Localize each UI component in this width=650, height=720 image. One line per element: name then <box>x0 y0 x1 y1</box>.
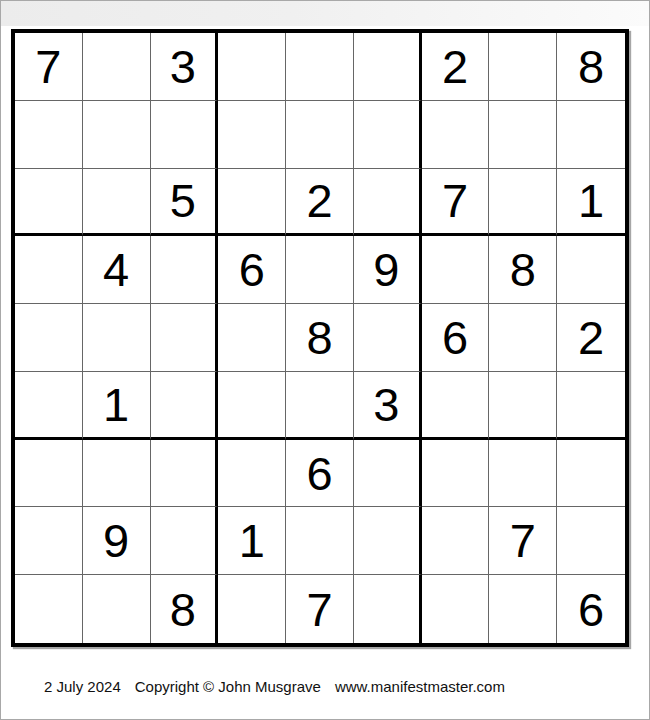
cell-r1c7[interactable]: 2 <box>422 33 490 101</box>
cell-r5c1[interactable] <box>15 304 83 372</box>
cell-r5c7[interactable]: 6 <box>422 304 490 372</box>
cell-r4c4[interactable]: 6 <box>218 236 286 304</box>
cell-r2c3[interactable] <box>151 101 219 169</box>
footer: 2 July 2024 Copyright © John Musgrave ww… <box>44 678 505 695</box>
cell-r7c4[interactable] <box>218 440 286 508</box>
cell-r2c7[interactable] <box>422 101 490 169</box>
cell-r8c6[interactable] <box>354 507 422 575</box>
cell-r9c1[interactable] <box>15 575 83 643</box>
cell-r5c6[interactable] <box>354 304 422 372</box>
cell-r1c8[interactable] <box>489 33 557 101</box>
cell-r6c3[interactable] <box>151 372 219 440</box>
cell-r2c9[interactable] <box>557 101 625 169</box>
cell-r6c9[interactable] <box>557 372 625 440</box>
cell-r1c5[interactable] <box>286 33 354 101</box>
cell-r7c8[interactable] <box>489 440 557 508</box>
cell-r2c2[interactable] <box>83 101 151 169</box>
cell-r3c1[interactable] <box>15 169 83 237</box>
cell-r9c5[interactable]: 7 <box>286 575 354 643</box>
cell-r5c4[interactable] <box>218 304 286 372</box>
cell-r3c4[interactable] <box>218 169 286 237</box>
cell-r3c3[interactable]: 5 <box>151 169 219 237</box>
cell-r4c8[interactable]: 8 <box>489 236 557 304</box>
cell-r9c3[interactable]: 8 <box>151 575 219 643</box>
cell-r5c2[interactable] <box>83 304 151 372</box>
sudoku-page: 732852714698862136917876 2 July 2024 Cop… <box>0 0 650 720</box>
cell-r2c8[interactable] <box>489 101 557 169</box>
cell-r3c9[interactable]: 1 <box>557 169 625 237</box>
cell-r8c9[interactable] <box>557 507 625 575</box>
cell-r3c8[interactable] <box>489 169 557 237</box>
footer-url: www.manifestmaster.com <box>335 678 505 695</box>
cell-r6c1[interactable] <box>15 372 83 440</box>
cell-r7c5[interactable]: 6 <box>286 440 354 508</box>
cell-r1c1[interactable]: 7 <box>15 33 83 101</box>
cell-r6c8[interactable] <box>489 372 557 440</box>
cell-r7c6[interactable] <box>354 440 422 508</box>
cell-r5c5[interactable]: 8 <box>286 304 354 372</box>
cell-r8c8[interactable]: 7 <box>489 507 557 575</box>
cell-r8c4[interactable]: 1 <box>218 507 286 575</box>
cell-r3c6[interactable] <box>354 169 422 237</box>
footer-copyright: Copyright © John Musgrave <box>135 678 321 695</box>
cell-r8c5[interactable] <box>286 507 354 575</box>
cell-r6c6[interactable]: 3 <box>354 372 422 440</box>
cell-r5c8[interactable] <box>489 304 557 372</box>
cell-r1c9[interactable]: 8 <box>557 33 625 101</box>
cell-r2c1[interactable] <box>15 101 83 169</box>
cell-r4c6[interactable]: 9 <box>354 236 422 304</box>
cell-r4c5[interactable] <box>286 236 354 304</box>
cell-r5c3[interactable] <box>151 304 219 372</box>
cell-r2c5[interactable] <box>286 101 354 169</box>
cell-r3c2[interactable] <box>83 169 151 237</box>
cell-r7c9[interactable] <box>557 440 625 508</box>
cell-r6c4[interactable] <box>218 372 286 440</box>
cell-r9c8[interactable] <box>489 575 557 643</box>
cell-r7c1[interactable] <box>15 440 83 508</box>
cell-r8c1[interactable] <box>15 507 83 575</box>
cell-r9c4[interactable] <box>218 575 286 643</box>
cell-r7c2[interactable] <box>83 440 151 508</box>
cell-r6c2[interactable]: 1 <box>83 372 151 440</box>
cell-r3c7[interactable]: 7 <box>422 169 490 237</box>
cell-r5c9[interactable]: 2 <box>557 304 625 372</box>
cell-r1c3[interactable]: 3 <box>151 33 219 101</box>
cell-r4c3[interactable] <box>151 236 219 304</box>
cell-r4c1[interactable] <box>15 236 83 304</box>
cell-r6c7[interactable] <box>422 372 490 440</box>
cell-r9c9[interactable]: 6 <box>557 575 625 643</box>
footer-date: 2 July 2024 <box>44 678 121 695</box>
sudoku-board: 732852714698862136917876 <box>11 29 629 647</box>
cell-r8c7[interactable] <box>422 507 490 575</box>
cell-r4c2[interactable]: 4 <box>83 236 151 304</box>
cell-r7c3[interactable] <box>151 440 219 508</box>
cell-r2c6[interactable] <box>354 101 422 169</box>
cell-r4c9[interactable] <box>557 236 625 304</box>
cell-r8c3[interactable] <box>151 507 219 575</box>
cell-r4c7[interactable] <box>422 236 490 304</box>
cell-r3c5[interactable]: 2 <box>286 169 354 237</box>
cell-r7c7[interactable] <box>422 440 490 508</box>
cell-r1c6[interactable] <box>354 33 422 101</box>
cell-r9c7[interactable] <box>422 575 490 643</box>
cell-r6c5[interactable] <box>286 372 354 440</box>
cell-r2c4[interactable] <box>218 101 286 169</box>
cell-r9c2[interactable] <box>83 575 151 643</box>
top-bar <box>1 1 649 26</box>
cell-r1c2[interactable] <box>83 33 151 101</box>
cell-r8c2[interactable]: 9 <box>83 507 151 575</box>
cell-r1c4[interactable] <box>218 33 286 101</box>
cell-r9c6[interactable] <box>354 575 422 643</box>
